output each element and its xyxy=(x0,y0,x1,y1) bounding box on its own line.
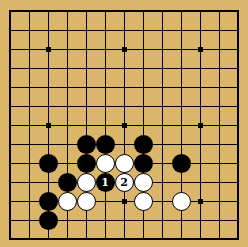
white-stone xyxy=(134,192,153,211)
white-stone xyxy=(58,192,77,211)
white-stone xyxy=(77,192,96,211)
black-stone xyxy=(58,173,77,192)
black-stone xyxy=(39,211,58,230)
black-stone xyxy=(96,135,115,154)
black-stone xyxy=(39,192,58,211)
black-stone xyxy=(39,154,58,173)
black-stone xyxy=(77,154,96,173)
black-stone xyxy=(172,154,191,173)
white-stone xyxy=(96,154,115,173)
white-stone: 2 xyxy=(115,173,134,192)
black-stone xyxy=(77,135,96,154)
black-stone xyxy=(134,154,153,173)
white-stone xyxy=(172,192,191,211)
white-stone xyxy=(115,154,134,173)
stone-label: 1 xyxy=(101,177,109,188)
white-stone xyxy=(77,173,96,192)
black-stone: 1 xyxy=(96,173,115,192)
white-stone xyxy=(134,173,153,192)
black-stone xyxy=(134,135,153,154)
go-board[interactable]: 12 xyxy=(0,0,247,247)
stone-label: 2 xyxy=(120,177,128,188)
stones-layer: 12 xyxy=(1,2,248,247)
